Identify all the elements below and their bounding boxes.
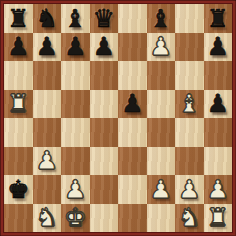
square-b6[interactable]	[33, 61, 62, 90]
black-pawn-h5[interactable]: ♟	[207, 91, 229, 116]
square-b4[interactable]	[33, 118, 62, 147]
square-a7[interactable]: ♟	[4, 33, 33, 62]
white-king-c1[interactable]: ♚	[64, 205, 86, 230]
black-king-a2[interactable]: ♚	[7, 177, 29, 202]
square-e7[interactable]	[118, 33, 147, 62]
square-d4[interactable]	[90, 118, 119, 147]
square-g7[interactable]	[175, 33, 204, 62]
white-knight-g1[interactable]: ♞	[178, 205, 200, 230]
square-e8[interactable]	[118, 4, 147, 33]
black-knight-b8[interactable]: ♞	[36, 6, 58, 31]
square-b7[interactable]: ♟	[33, 33, 62, 62]
square-d5[interactable]	[90, 90, 119, 119]
square-b3[interactable]: ♟	[33, 147, 62, 176]
square-e3[interactable]	[118, 147, 147, 176]
black-pawn-h7[interactable]: ♟	[207, 34, 229, 59]
black-rook-a8[interactable]: ♜	[7, 6, 29, 31]
white-rook-h1[interactable]: ♜	[207, 205, 229, 230]
square-f3[interactable]	[147, 147, 176, 176]
black-queen-d8[interactable]: ♛	[93, 6, 115, 31]
square-h7[interactable]: ♟	[204, 33, 233, 62]
square-b2[interactable]	[33, 175, 62, 204]
square-f6[interactable]	[147, 61, 176, 90]
square-f2[interactable]: ♟	[147, 175, 176, 204]
square-g1[interactable]: ♞	[175, 204, 204, 233]
black-pawn-a7[interactable]: ♟	[7, 34, 29, 59]
square-d6[interactable]	[90, 61, 119, 90]
white-rook-a5[interactable]: ♜	[7, 91, 29, 116]
square-f4[interactable]	[147, 118, 176, 147]
square-c2[interactable]: ♟	[61, 175, 90, 204]
black-bishop-c8[interactable]: ♝	[64, 6, 86, 31]
white-pawn-g2[interactable]: ♟	[178, 177, 200, 202]
square-e2[interactable]	[118, 175, 147, 204]
square-e4[interactable]	[118, 118, 147, 147]
square-a5[interactable]: ♜	[4, 90, 33, 119]
chess-board-frame: ♜♞♝♛♝♜♟♟♟♟♟♟♜♟♝♟♟♚♟♟♟♟♞♚♞♜	[0, 0, 236, 236]
square-b5[interactable]	[33, 90, 62, 119]
square-d8[interactable]: ♛	[90, 4, 119, 33]
black-pawn-b7[interactable]: ♟	[36, 34, 58, 59]
square-g3[interactable]	[175, 147, 204, 176]
square-f8[interactable]: ♝	[147, 4, 176, 33]
square-g8[interactable]	[175, 4, 204, 33]
square-a1[interactable]	[4, 204, 33, 233]
square-f1[interactable]	[147, 204, 176, 233]
square-c7[interactable]: ♟	[61, 33, 90, 62]
chess-board: ♜♞♝♛♝♜♟♟♟♟♟♟♜♟♝♟♟♚♟♟♟♟♞♚♞♜	[4, 4, 232, 232]
square-a4[interactable]	[4, 118, 33, 147]
square-c1[interactable]: ♚	[61, 204, 90, 233]
square-c8[interactable]: ♝	[61, 4, 90, 33]
black-bishop-f8[interactable]: ♝	[150, 6, 172, 31]
square-d2[interactable]	[90, 175, 119, 204]
square-h5[interactable]: ♟	[204, 90, 233, 119]
black-pawn-c7[interactable]: ♟	[64, 34, 86, 59]
square-h4[interactable]	[204, 118, 233, 147]
white-bishop-g5[interactable]: ♝	[178, 91, 200, 116]
square-b8[interactable]: ♞	[33, 4, 62, 33]
black-pawn-d7[interactable]: ♟	[93, 34, 115, 59]
square-g6[interactable]	[175, 61, 204, 90]
square-f7[interactable]: ♟	[147, 33, 176, 62]
white-pawn-f7[interactable]: ♟	[150, 34, 172, 59]
square-d3[interactable]	[90, 147, 119, 176]
square-h2[interactable]: ♟	[204, 175, 233, 204]
square-a8[interactable]: ♜	[4, 4, 33, 33]
square-e6[interactable]	[118, 61, 147, 90]
square-g5[interactable]: ♝	[175, 90, 204, 119]
square-d7[interactable]: ♟	[90, 33, 119, 62]
white-knight-b1[interactable]: ♞	[36, 205, 58, 230]
square-f5[interactable]	[147, 90, 176, 119]
square-g4[interactable]	[175, 118, 204, 147]
square-a6[interactable]	[4, 61, 33, 90]
square-h6[interactable]	[204, 61, 233, 90]
square-g2[interactable]: ♟	[175, 175, 204, 204]
square-h3[interactable]	[204, 147, 233, 176]
white-pawn-b3[interactable]: ♟	[36, 148, 58, 173]
square-h1[interactable]: ♜	[204, 204, 233, 233]
white-pawn-h2[interactable]: ♟	[207, 177, 229, 202]
square-a3[interactable]	[4, 147, 33, 176]
square-b1[interactable]: ♞	[33, 204, 62, 233]
black-pawn-e5[interactable]: ♟	[121, 91, 143, 116]
square-c4[interactable]	[61, 118, 90, 147]
square-c5[interactable]	[61, 90, 90, 119]
white-pawn-c2[interactable]: ♟	[64, 177, 86, 202]
white-pawn-f2[interactable]: ♟	[150, 177, 172, 202]
square-d1[interactable]	[90, 204, 119, 233]
square-h8[interactable]: ♜	[204, 4, 233, 33]
black-rook-h8[interactable]: ♜	[207, 6, 229, 31]
square-c6[interactable]	[61, 61, 90, 90]
square-e5[interactable]: ♟	[118, 90, 147, 119]
square-c3[interactable]	[61, 147, 90, 176]
square-a2[interactable]: ♚	[4, 175, 33, 204]
square-e1[interactable]	[118, 204, 147, 233]
